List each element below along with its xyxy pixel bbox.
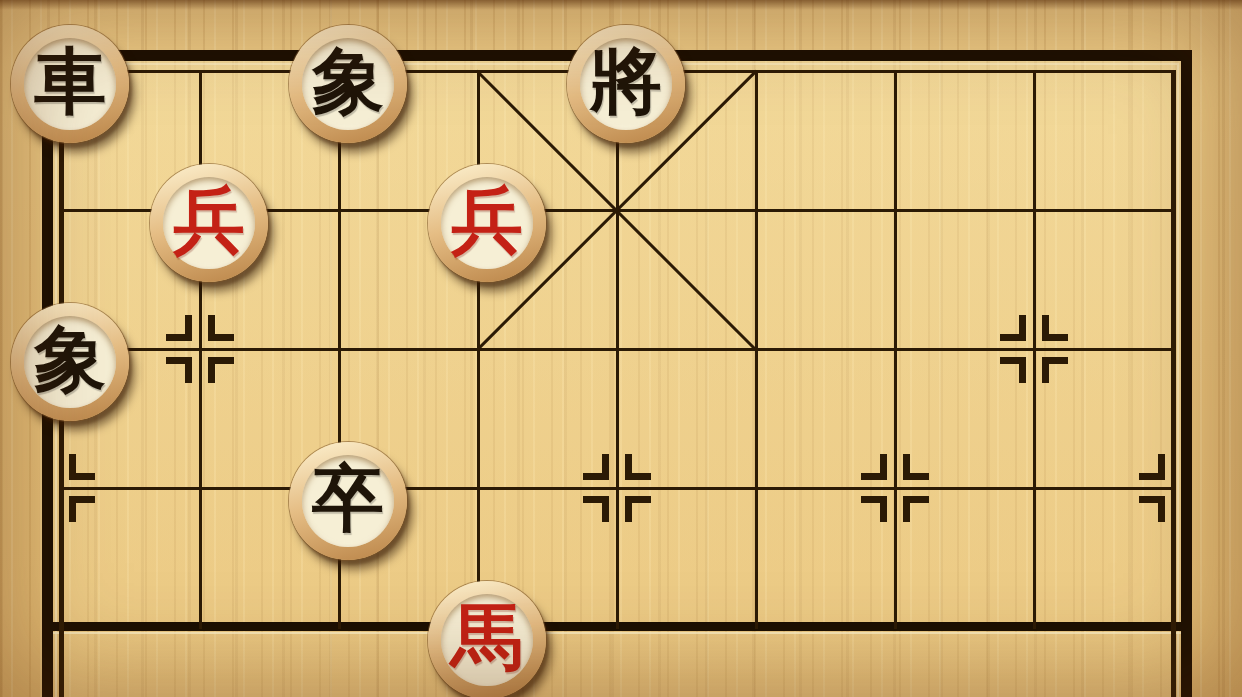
- intersection-c4r1[interactable]: [409, 2, 548, 141]
- intersection-c2r2[interactable]: 兵: [131, 141, 270, 280]
- intersection-c3r3[interactable]: [270, 280, 409, 419]
- piece-face: 車: [24, 38, 116, 130]
- intersection-c7r4[interactable]: [826, 419, 965, 558]
- intersection-c5r5[interactable]: [548, 558, 687, 697]
- piece-glyph: 馬: [451, 602, 523, 674]
- intersection-c6r5[interactable]: [687, 558, 826, 697]
- intersection-c2r4[interactable]: [131, 419, 270, 558]
- intersection-c5r1[interactable]: 將: [548, 2, 687, 141]
- intersection-c5r4[interactable]: [548, 419, 687, 558]
- piece-red-soldier-2[interactable]: 兵: [428, 164, 546, 282]
- intersection-c6r4[interactable]: [687, 419, 826, 558]
- piece-red-horse[interactable]: 馬: [428, 581, 546, 697]
- intersection-c7r1[interactable]: [826, 2, 965, 141]
- intersection-c7r3[interactable]: [826, 280, 965, 419]
- piece-glyph: 象: [34, 324, 106, 396]
- intersection-c7r2[interactable]: [826, 141, 965, 280]
- piece-glyph: 兵: [451, 185, 523, 257]
- intersection-c8r1[interactable]: [965, 2, 1104, 141]
- intersection-c9r5[interactable]: [1104, 558, 1242, 697]
- intersection-c6r3[interactable]: [687, 280, 826, 419]
- piece-face: 象: [24, 316, 116, 408]
- board-intersections: 車象將兵兵象卒馬: [0, 2, 1242, 697]
- intersection-c5r2[interactable]: [548, 141, 687, 280]
- intersection-c9r3[interactable]: [1104, 280, 1242, 419]
- intersection-c8r2[interactable]: [965, 141, 1104, 280]
- intersection-c1r4[interactable]: [0, 419, 131, 558]
- piece-face: 象: [302, 38, 394, 130]
- intersection-c8r3[interactable]: [965, 280, 1104, 419]
- piece-face: 將: [580, 38, 672, 130]
- piece-black-elephant-1[interactable]: 象: [289, 25, 407, 143]
- xiangqi-board: 車象將兵兵象卒馬: [0, 0, 1242, 697]
- intersection-c9r1[interactable]: [1104, 2, 1242, 141]
- piece-glyph: 象: [312, 46, 384, 118]
- intersection-c2r5[interactable]: [131, 558, 270, 697]
- intersection-c4r3[interactable]: [409, 280, 548, 419]
- piece-face: 兵: [441, 177, 533, 269]
- intersection-c3r1[interactable]: 象: [270, 2, 409, 141]
- intersection-c3r5[interactable]: [270, 558, 409, 697]
- piece-black-chariot[interactable]: 車: [11, 25, 129, 143]
- intersection-c3r2[interactable]: [270, 141, 409, 280]
- piece-glyph: 卒: [312, 463, 384, 535]
- intersection-c1r2[interactable]: [0, 141, 131, 280]
- piece-face: 卒: [302, 455, 394, 547]
- intersection-c2r1[interactable]: [131, 2, 270, 141]
- piece-face: 兵: [163, 177, 255, 269]
- intersection-c1r1[interactable]: 車: [0, 2, 131, 141]
- intersection-c3r4[interactable]: 卒: [270, 419, 409, 558]
- intersection-c8r4[interactable]: [965, 419, 1104, 558]
- intersection-c9r4[interactable]: [1104, 419, 1242, 558]
- piece-glyph: 車: [34, 46, 106, 118]
- intersection-c5r3[interactable]: [548, 280, 687, 419]
- intersection-c4r4[interactable]: [409, 419, 548, 558]
- piece-black-elephant-2[interactable]: 象: [11, 303, 129, 421]
- intersection-c1r5[interactable]: [0, 558, 131, 697]
- intersection-c6r2[interactable]: [687, 141, 826, 280]
- intersection-c4r5[interactable]: 馬: [409, 558, 548, 697]
- piece-black-soldier[interactable]: 卒: [289, 442, 407, 560]
- intersection-c7r5[interactable]: [826, 558, 965, 697]
- piece-black-general[interactable]: 將: [567, 25, 685, 143]
- piece-glyph: 兵: [173, 185, 245, 257]
- intersection-c9r2[interactable]: [1104, 141, 1242, 280]
- intersection-c1r3[interactable]: 象: [0, 280, 131, 419]
- piece-red-soldier-1[interactable]: 兵: [150, 164, 268, 282]
- intersection-c2r3[interactable]: [131, 280, 270, 419]
- intersection-c8r5[interactable]: [965, 558, 1104, 697]
- piece-glyph: 將: [590, 46, 662, 118]
- intersection-c6r1[interactable]: [687, 2, 826, 141]
- piece-face: 馬: [441, 594, 533, 686]
- intersection-c4r2[interactable]: 兵: [409, 141, 548, 280]
